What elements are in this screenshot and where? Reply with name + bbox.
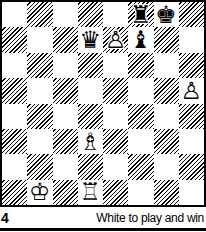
caption-bar: 4 White to play and win (0, 207, 206, 228)
square-h3 (179, 129, 204, 154)
square-g6 (154, 53, 179, 78)
square-b8 (27, 2, 52, 27)
square-b1: ♚♔ (27, 180, 52, 205)
square-d5 (78, 78, 103, 103)
square-e5 (103, 78, 128, 103)
square-c7 (53, 27, 78, 52)
square-d8 (78, 2, 103, 27)
white-pawn-icon: ♙ (181, 79, 203, 103)
square-h5: ♟♙ (179, 78, 204, 103)
white-rook-icon: ♖ (80, 180, 102, 204)
piece-white-rook: ♜♖ (78, 180, 103, 205)
square-a1 (2, 180, 27, 205)
square-g3 (154, 129, 179, 154)
caption-text: White to play and win (96, 211, 204, 225)
square-f2 (128, 154, 153, 179)
white-pawn-icon: ♙ (105, 28, 127, 52)
diagram-number: 4 (1, 210, 9, 226)
black-king-icon: ♚ (155, 3, 177, 27)
square-a2 (2, 154, 27, 179)
square-c8 (53, 2, 78, 27)
square-a7 (2, 27, 27, 52)
square-e1 (103, 180, 128, 205)
piece-white-pawn: ♟♙ (179, 78, 204, 103)
square-g2 (154, 154, 179, 179)
square-f3 (128, 129, 153, 154)
square-h1 (179, 180, 204, 205)
chess-diagram: ♜♚♛♟♙♝♟♙♝♗♚♔♜♖ 4 White to play and win (0, 0, 206, 232)
square-h6 (179, 53, 204, 78)
square-h8 (179, 2, 204, 27)
square-b4 (27, 104, 52, 129)
square-g1 (154, 180, 179, 205)
piece-white-pawn: ♟♙ (103, 27, 128, 52)
black-bishop-icon: ♝ (130, 28, 152, 52)
square-d3: ♝♗ (78, 129, 103, 154)
square-e6 (103, 53, 128, 78)
square-e7: ♟♙ (103, 27, 128, 52)
square-h7 (179, 27, 204, 52)
square-c3 (53, 129, 78, 154)
square-d2 (78, 154, 103, 179)
square-g4 (154, 104, 179, 129)
piece-black-king: ♚ (154, 2, 179, 27)
square-h4 (179, 104, 204, 129)
piece-black-queen: ♛ (78, 27, 103, 52)
square-b3 (27, 129, 52, 154)
white-king-icon: ♔ (29, 180, 51, 204)
square-a5 (2, 78, 27, 103)
square-b6 (27, 53, 52, 78)
square-e4 (103, 104, 128, 129)
square-a6 (2, 53, 27, 78)
black-queen-icon: ♛ (80, 28, 102, 52)
black-rook-icon: ♜ (130, 3, 152, 27)
square-d7: ♛ (78, 27, 103, 52)
piece-white-bishop: ♝♗ (78, 129, 103, 154)
square-f4 (128, 104, 153, 129)
square-f1 (128, 180, 153, 205)
square-c5 (53, 78, 78, 103)
square-c1 (53, 180, 78, 205)
square-e8 (103, 2, 128, 27)
square-h2 (179, 154, 204, 179)
square-d4 (78, 104, 103, 129)
square-g8: ♚ (154, 2, 179, 27)
square-b5 (27, 78, 52, 103)
square-f6 (128, 53, 153, 78)
square-f8: ♜ (128, 2, 153, 27)
white-bishop-icon: ♗ (80, 130, 102, 154)
square-c6 (53, 53, 78, 78)
bottom-rule (0, 228, 206, 231)
piece-white-king: ♚♔ (27, 180, 52, 205)
square-c4 (53, 104, 78, 129)
square-e3 (103, 129, 128, 154)
square-g7 (154, 27, 179, 52)
square-a8 (2, 2, 27, 27)
square-b7 (27, 27, 52, 52)
square-f5 (128, 78, 153, 103)
square-c2 (53, 154, 78, 179)
square-a3 (2, 129, 27, 154)
piece-black-rook: ♜ (128, 2, 153, 27)
square-d6 (78, 53, 103, 78)
square-a4 (2, 104, 27, 129)
board: ♜♚♛♟♙♝♟♙♝♗♚♔♜♖ (0, 0, 206, 207)
piece-black-bishop: ♝ (128, 27, 153, 52)
square-f7: ♝ (128, 27, 153, 52)
square-b2 (27, 154, 52, 179)
square-g5 (154, 78, 179, 103)
square-d1: ♜♖ (78, 180, 103, 205)
square-e2 (103, 154, 128, 179)
